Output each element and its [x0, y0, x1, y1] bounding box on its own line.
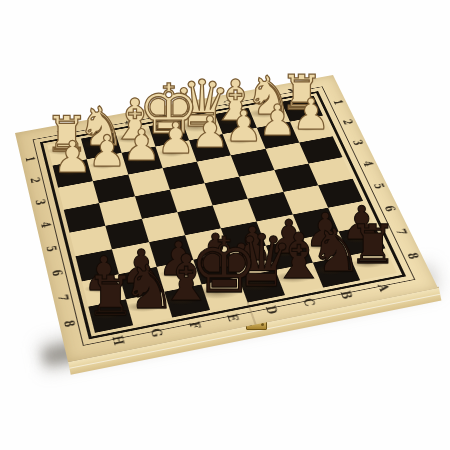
coord-left-rank-5: 5 — [42, 242, 60, 255]
coord-left-rank-4: 4 — [37, 219, 55, 232]
coord-right-rank-4: 4 — [358, 158, 377, 170]
coord-right-rank-2: 2 — [338, 116, 357, 127]
coord-left-rank-6: 6 — [48, 266, 66, 280]
piece-black-rook-h8[interactable]: ♜ — [83, 269, 138, 324]
coord-near-file-H: H — [107, 333, 127, 348]
coord-left-rank-2: 2 — [26, 174, 43, 186]
coord-left-rank-1: 1 — [21, 153, 38, 165]
coord-left-rank-7: 7 — [53, 291, 72, 305]
coord-near-file-F: F — [184, 318, 204, 333]
coord-near-file-D: D — [260, 302, 281, 317]
coord-right-rank-5: 5 — [369, 180, 389, 192]
coord-right-rank-8: 8 — [402, 249, 423, 263]
coord-right-rank-3: 3 — [348, 137, 367, 149]
coord-left-rank-8: 8 — [59, 317, 78, 332]
coord-near-file-G: G — [146, 325, 166, 340]
coord-left-rank-3: 3 — [31, 196, 48, 208]
chess-set-photo: 1122334455667788HHGGFFEEDDCCBBAA ♜♞♝♛♚♝♞… — [0, 0, 450, 450]
piece-white-pawn-h2[interactable]: ♟ — [51, 136, 94, 179]
